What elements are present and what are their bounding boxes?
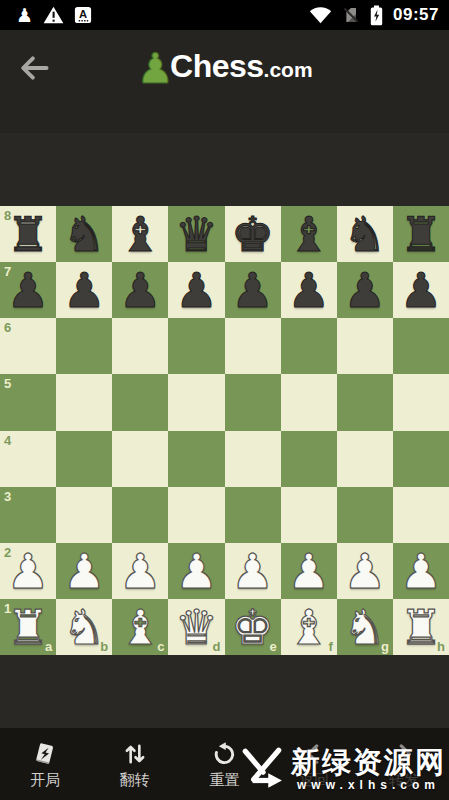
square-c5[interactable] [112, 374, 168, 430]
piece-black-knight: ♞ [343, 210, 386, 258]
piece-white-pawn: ♟ [399, 547, 442, 595]
piece-white-pawn: ♟ [119, 547, 162, 595]
warning-notification-icon [43, 6, 64, 24]
file-label: g [381, 640, 389, 653]
piece-black-pawn: ♟ [63, 266, 106, 314]
square-b6[interactable] [56, 318, 112, 374]
chess-board: 8♜♞♝♛♚♝♞♜7♟♟♟♟♟♟♟♟65432♟♟♟♟♟♟♟♟1a♜b♞c♝d♛… [0, 206, 449, 655]
square-g6[interactable] [337, 318, 393, 374]
piece-black-knight: ♞ [63, 210, 106, 258]
square-d1[interactable]: d♛ [168, 599, 224, 655]
file-label: d [213, 640, 221, 653]
piece-black-bishop: ♝ [287, 210, 330, 258]
wifi-icon [309, 6, 332, 24]
piece-white-knight: ♞ [63, 603, 106, 651]
square-g1[interactable]: g♞ [337, 599, 393, 655]
rank-label: 1 [4, 602, 11, 615]
logo-brand-text: Chess [170, 48, 264, 85]
piece-black-rook: ♜ [399, 210, 442, 258]
reset-button[interactable]: 重置 [180, 728, 270, 800]
piece-white-knight: ♞ [343, 603, 386, 651]
piece-white-pawn: ♟ [287, 547, 330, 595]
square-d3[interactable] [168, 487, 224, 543]
piece-white-king: ♚ [231, 603, 274, 651]
square-c8[interactable]: ♝ [112, 206, 168, 262]
square-d2[interactable]: ♟ [168, 543, 224, 599]
square-e5[interactable] [225, 374, 281, 430]
square-d5[interactable] [168, 374, 224, 430]
battery-charging-icon [370, 5, 383, 26]
opening-book-icon [32, 741, 58, 767]
square-a7[interactable]: 7♟ [0, 262, 56, 318]
reset-icon [211, 741, 237, 767]
square-b3[interactable] [56, 487, 112, 543]
piece-white-pawn: ♟ [63, 547, 106, 595]
square-c1[interactable]: c♝ [112, 599, 168, 655]
square-c7[interactable]: ♟ [112, 262, 168, 318]
square-h2[interactable]: ♟ [393, 543, 449, 599]
square-e4[interactable] [225, 431, 281, 487]
logo-suffix-text: .com [264, 58, 313, 82]
square-d6[interactable] [168, 318, 224, 374]
app-header: ♟ Chess .com [0, 30, 449, 133]
square-a2[interactable]: 2♟ [0, 543, 56, 599]
square-a8[interactable]: 8♜ [0, 206, 56, 262]
square-h1[interactable]: h♜ [393, 599, 449, 655]
square-d7[interactable]: ♟ [168, 262, 224, 318]
square-f7[interactable]: ♟ [281, 262, 337, 318]
piece-black-rook: ♜ [7, 210, 50, 258]
square-f5[interactable] [281, 374, 337, 430]
flip-board-button-label: 翻转 [120, 772, 150, 787]
square-e6[interactable] [225, 318, 281, 374]
clock-time: 09:57 [393, 5, 439, 25]
opening-button[interactable]: 开局 [0, 728, 90, 800]
piece-white-bishop: ♝ [119, 603, 162, 651]
chevron-right-icon [391, 741, 417, 767]
rank-label: 4 [4, 434, 11, 447]
move-forward-button-label: 转发 [389, 772, 419, 787]
square-a5[interactable]: 5 [0, 374, 56, 430]
chevron-left-icon [301, 741, 327, 767]
square-a1[interactable]: 1a♜ [0, 599, 56, 655]
square-h6[interactable] [393, 318, 449, 374]
piece-white-queen: ♛ [175, 603, 218, 651]
square-c2[interactable]: ♟ [112, 543, 168, 599]
file-label: e [269, 640, 276, 653]
square-f8[interactable]: ♝ [281, 206, 337, 262]
square-g4[interactable] [337, 431, 393, 487]
square-b1[interactable]: b♞ [56, 599, 112, 655]
piece-black-pawn: ♟ [399, 266, 442, 314]
file-label: h [437, 640, 445, 653]
content-area: 8♜♞♝♛♚♝♞♜7♟♟♟♟♟♟♟♟65432♟♟♟♟♟♟♟♟1a♜b♞c♝d♛… [0, 133, 449, 728]
move-back-button[interactable]: 返回 [269, 728, 359, 800]
rank-label: 8 [4, 209, 11, 222]
square-g7[interactable]: ♟ [337, 262, 393, 318]
piece-black-pawn: ♟ [231, 266, 274, 314]
rank-label: 6 [4, 321, 11, 334]
chess-pawn-notification-icon: ♟ [16, 0, 33, 30]
piece-white-rook: ♜ [7, 603, 50, 651]
square-a6[interactable]: 6 [0, 318, 56, 374]
file-label: a [45, 640, 52, 653]
opening-button-label: 开局 [30, 772, 60, 787]
svg-text:A: A [79, 8, 87, 20]
square-d4[interactable] [168, 431, 224, 487]
square-a3[interactable]: 3 [0, 487, 56, 543]
status-bar: ♟ A 09:57 [0, 0, 449, 30]
square-f3[interactable] [281, 487, 337, 543]
no-sim-icon [342, 6, 360, 24]
square-e1[interactable]: e♚ [225, 599, 281, 655]
piece-black-queen: ♛ [175, 210, 218, 258]
square-a4[interactable]: 4 [0, 431, 56, 487]
piece-white-pawn: ♟ [7, 547, 50, 595]
piece-white-pawn: ♟ [175, 547, 218, 595]
piece-black-king: ♚ [231, 210, 274, 258]
square-f6[interactable] [281, 318, 337, 374]
flip-board-button[interactable]: 翻转 [90, 728, 180, 800]
piece-black-pawn: ♟ [119, 266, 162, 314]
piece-white-pawn: ♟ [231, 547, 274, 595]
square-b4[interactable] [56, 431, 112, 487]
flip-board-icon [122, 741, 148, 767]
square-e2[interactable]: ♟ [225, 543, 281, 599]
square-g3[interactable] [337, 487, 393, 543]
square-f1[interactable]: f♝ [281, 599, 337, 655]
square-h3[interactable] [393, 487, 449, 543]
square-e3[interactable] [225, 487, 281, 543]
piece-black-pawn: ♟ [175, 266, 218, 314]
square-h5[interactable] [393, 374, 449, 430]
square-h4[interactable] [393, 431, 449, 487]
square-g5[interactable] [337, 374, 393, 430]
square-e8[interactable]: ♚ [225, 206, 281, 262]
square-f4[interactable] [281, 431, 337, 487]
square-b8[interactable]: ♞ [56, 206, 112, 262]
square-d8[interactable]: ♛ [168, 206, 224, 262]
square-e7[interactable]: ♟ [225, 262, 281, 318]
square-c6[interactable] [112, 318, 168, 374]
square-b5[interactable] [56, 374, 112, 430]
move-back-button-label: 返回 [299, 772, 329, 787]
file-label: b [100, 640, 108, 653]
app-screen: ♟ A 09:57 [0, 0, 449, 800]
bottom-toolbar: 开局 翻转 重置 返回 [0, 728, 449, 800]
square-b2[interactable]: ♟ [56, 543, 112, 599]
letter-a-notification-icon: A [74, 6, 92, 24]
square-h8[interactable]: ♜ [393, 206, 449, 262]
square-b7[interactable]: ♟ [56, 262, 112, 318]
rank-label: 5 [4, 377, 11, 390]
piece-white-pawn: ♟ [343, 547, 386, 595]
file-label: f [328, 640, 332, 653]
piece-black-bishop: ♝ [119, 210, 162, 258]
move-forward-button[interactable]: 转发 [359, 728, 449, 800]
square-c4[interactable] [112, 431, 168, 487]
rank-label: 7 [4, 265, 11, 278]
square-f2[interactable]: ♟ [281, 543, 337, 599]
piece-black-pawn: ♟ [7, 266, 50, 314]
chesscom-logo: ♟ Chess .com [0, 42, 449, 85]
piece-black-pawn: ♟ [343, 266, 386, 314]
piece-black-pawn: ♟ [287, 266, 330, 314]
logo-pawn-icon: ♟ [136, 48, 174, 90]
file-label: c [157, 640, 164, 653]
reset-button-label: 重置 [209, 772, 239, 787]
rank-label: 3 [4, 490, 11, 503]
rank-label: 2 [4, 546, 11, 559]
square-h7[interactable]: ♟ [393, 262, 449, 318]
square-g8[interactable]: ♞ [337, 206, 393, 262]
square-g2[interactable]: ♟ [337, 543, 393, 599]
piece-white-rook: ♜ [399, 603, 442, 651]
square-c3[interactable] [112, 487, 168, 543]
piece-white-bishop: ♝ [287, 603, 330, 651]
